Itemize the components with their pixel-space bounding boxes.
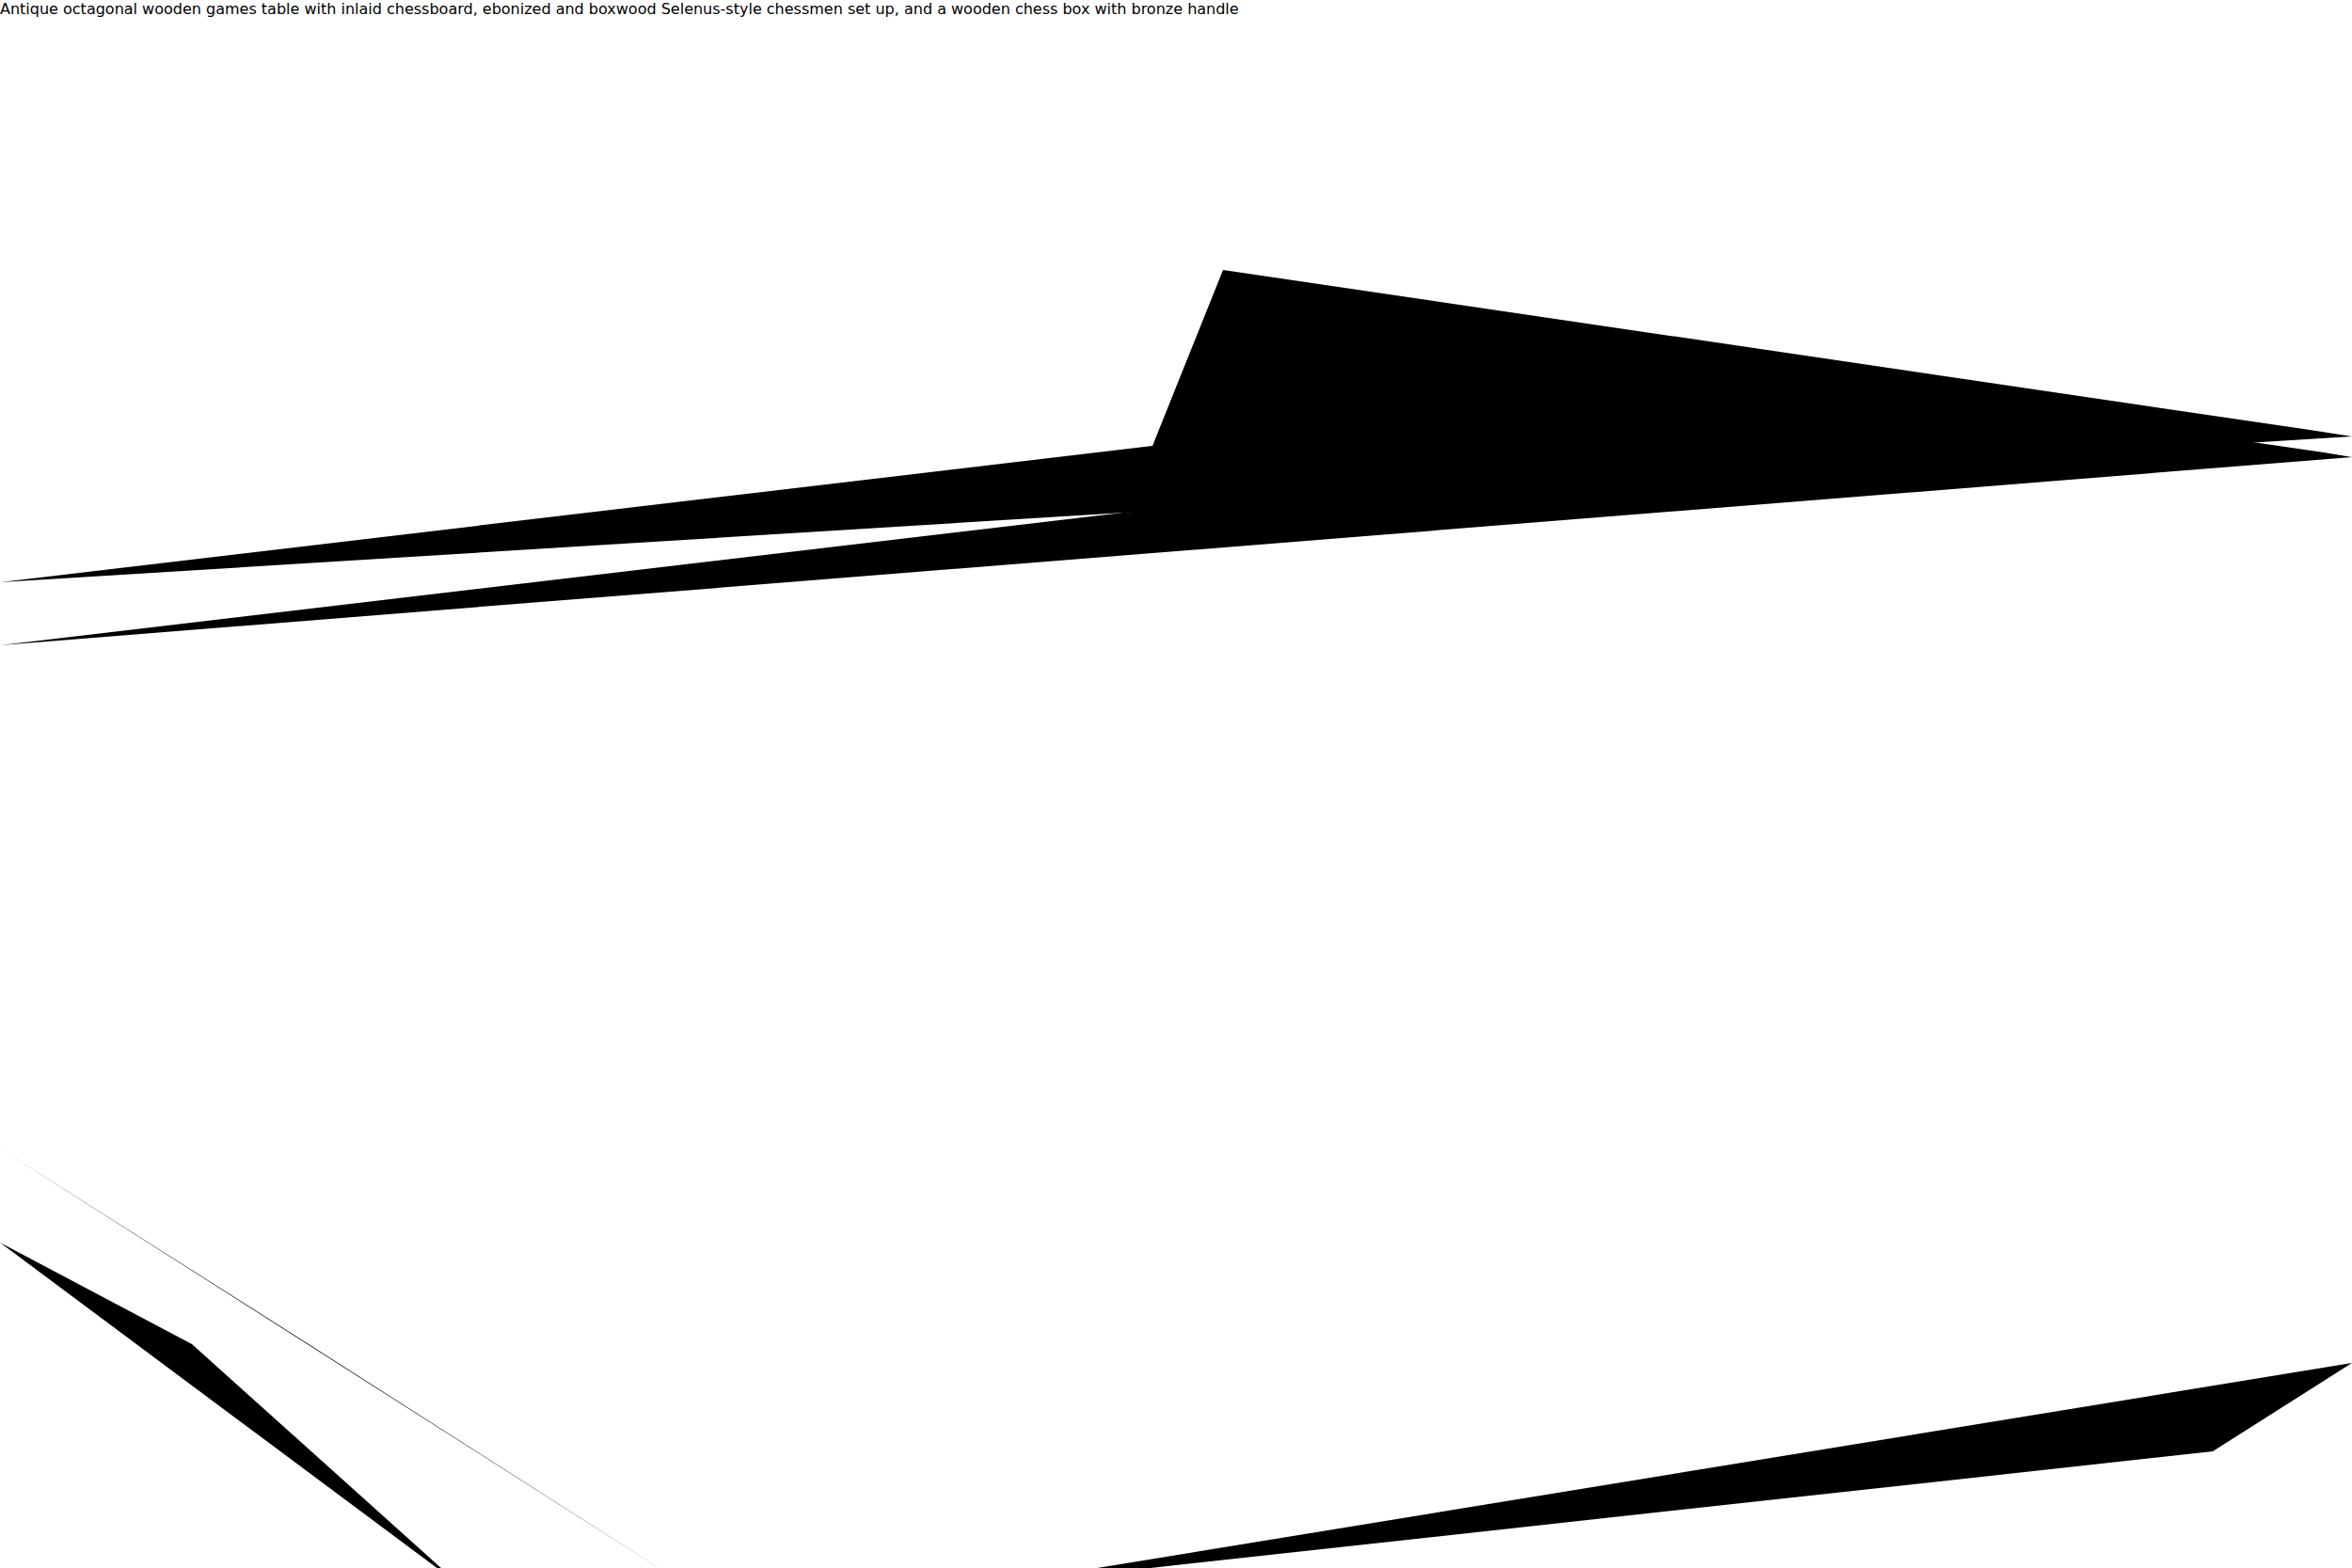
- scene-caption: Antique octagonal wooden games table wit…: [0, 0, 1239, 18]
- chess-table-photo: Antique octagonal wooden games table wit…: [0, 0, 2352, 1568]
